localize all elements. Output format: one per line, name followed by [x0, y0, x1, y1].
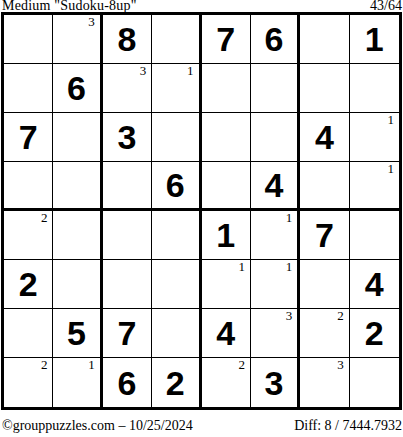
pencil-mark: 3	[140, 64, 147, 78]
cell-r1c3[interactable]: 8	[103, 15, 152, 64]
given-digit: 1	[365, 22, 384, 56]
given-digit: 2	[19, 267, 38, 301]
cell-r2c6[interactable]	[251, 64, 300, 113]
cell-r2c4[interactable]: 1	[152, 64, 201, 113]
cell-r8c4[interactable]: 2	[152, 358, 201, 407]
pencil-mark: 2	[337, 309, 344, 323]
cell-r4c5[interactable]	[202, 162, 251, 211]
cell-r6c6[interactable]: 1	[251, 260, 300, 309]
given-digit: 3	[117, 120, 136, 154]
given-digit: 6	[166, 168, 185, 202]
cell-r3c4[interactable]	[152, 113, 201, 162]
cell-r8c5[interactable]: 2	[202, 358, 251, 407]
cell-r4c8[interactable]: 1	[350, 162, 399, 211]
cell-r1c1[interactable]	[4, 15, 53, 64]
cell-r5c6[interactable]: 1	[251, 211, 300, 260]
cell-r3c1[interactable]: 7	[4, 113, 53, 162]
cell-r4c6[interactable]: 4	[251, 162, 300, 211]
given-digit: 7	[315, 218, 334, 252]
cell-r4c2[interactable]	[53, 162, 102, 211]
cell-r6c8[interactable]: 4	[350, 260, 399, 309]
pencil-mark: 3	[286, 309, 293, 323]
cell-r3c3[interactable]: 3	[103, 113, 152, 162]
pencil-mark: 3	[337, 358, 344, 372]
cell-r6c4[interactable]	[152, 260, 201, 309]
cell-r6c1[interactable]: 2	[4, 260, 53, 309]
cell-r6c5[interactable]: 1	[202, 260, 251, 309]
cell-r3c2[interactable]	[53, 113, 102, 162]
cell-r5c8[interactable]	[350, 211, 399, 260]
cell-r5c1[interactable]: 2	[4, 211, 53, 260]
cell-r2c7[interactable]	[300, 64, 349, 113]
pencil-mark: 2	[238, 358, 245, 372]
pencil-mark: 2	[41, 211, 48, 225]
cell-r6c7[interactable]	[300, 260, 349, 309]
given-digit: 7	[216, 22, 235, 56]
cell-r4c1[interactable]	[4, 162, 53, 211]
given-digit: 6	[265, 22, 284, 56]
given-digit: 2	[365, 316, 384, 350]
pencil-mark: 1	[88, 358, 95, 372]
cell-r2c5[interactable]	[202, 64, 251, 113]
pencil-mark: 1	[286, 260, 293, 274]
cell-r7c8[interactable]: 2	[350, 309, 399, 358]
cell-r8c7[interactable]: 3	[300, 358, 349, 407]
given-digit: 7	[117, 316, 136, 350]
cell-r5c7[interactable]: 7	[300, 211, 349, 260]
pencil-mark: 1	[388, 113, 395, 127]
cell-r4c3[interactable]	[103, 162, 152, 211]
given-digit: 3	[265, 366, 284, 400]
given-digit: 7	[19, 120, 38, 154]
cell-r8c8[interactable]	[350, 358, 399, 407]
cell-r1c4[interactable]	[152, 15, 201, 64]
cell-r3c8[interactable]: 1	[350, 113, 399, 162]
cell-r1c7[interactable]	[300, 15, 349, 64]
cell-r2c2[interactable]: 6	[53, 64, 102, 113]
given-digit: 5	[67, 316, 86, 350]
cell-r3c5[interactable]	[202, 113, 251, 162]
cell-r2c1[interactable]	[4, 64, 53, 113]
cell-r3c7[interactable]: 4	[300, 113, 349, 162]
cell-r2c8[interactable]	[350, 64, 399, 113]
cell-r2c3[interactable]: 3	[103, 64, 152, 113]
given-digit: 6	[67, 71, 86, 105]
given-digit: 1	[216, 218, 235, 252]
copyright-text: ©grouppuzzles.com – 10/25/2024	[2, 418, 193, 434]
given-digit: 8	[117, 22, 136, 56]
cell-r7c1[interactable]	[4, 309, 53, 358]
cell-r5c3[interactable]	[103, 211, 152, 260]
difficulty-text: Diff: 8 / 7444.7932	[294, 418, 402, 434]
given-digit: 4	[216, 316, 235, 350]
cell-r8c2[interactable]: 1	[53, 358, 102, 407]
cell-r8c1[interactable]: 2	[4, 358, 53, 407]
given-digit: 4	[365, 267, 384, 301]
cell-r6c2[interactable]	[53, 260, 102, 309]
sudoku-board: 387616317341641211721145743222162233	[1, 12, 402, 410]
cell-r4c4[interactable]: 6	[152, 162, 201, 211]
cell-r3c6[interactable]	[251, 113, 300, 162]
cell-r5c4[interactable]	[152, 211, 201, 260]
pencil-mark: 1	[187, 64, 194, 78]
given-digit: 6	[117, 366, 136, 400]
pencil-mark: 1	[286, 211, 293, 225]
puzzle-page: Medium "Sudoku-8up" 43/64 38761631734164…	[0, 0, 403, 437]
given-digit: 4	[265, 168, 284, 202]
cell-r7c7[interactable]: 2	[300, 309, 349, 358]
given-digit: 4	[315, 120, 334, 154]
cell-r5c2[interactable]	[53, 211, 102, 260]
cell-r7c4[interactable]	[152, 309, 201, 358]
cell-r7c3[interactable]: 7	[103, 309, 152, 358]
cell-r1c2[interactable]: 3	[53, 15, 102, 64]
cell-r7c5[interactable]: 4	[202, 309, 251, 358]
cell-r1c5[interactable]: 7	[202, 15, 251, 64]
cell-r8c3[interactable]: 6	[103, 358, 152, 407]
pencil-mark: 1	[238, 260, 245, 274]
cell-r1c6[interactable]: 6	[251, 15, 300, 64]
cell-r4c7[interactable]	[300, 162, 349, 211]
pencil-mark: 2	[41, 358, 48, 372]
cell-r6c3[interactable]	[103, 260, 152, 309]
cell-r7c2[interactable]: 5	[53, 309, 102, 358]
cell-r1c8[interactable]: 1	[350, 15, 399, 64]
cell-r8c6[interactable]: 3	[251, 358, 300, 407]
cell-r5c5[interactable]: 1	[202, 211, 251, 260]
pencil-mark: 1	[388, 162, 395, 176]
pencil-mark: 3	[88, 15, 95, 29]
given-digit: 2	[166, 366, 185, 400]
cell-r7c6[interactable]: 3	[251, 309, 300, 358]
